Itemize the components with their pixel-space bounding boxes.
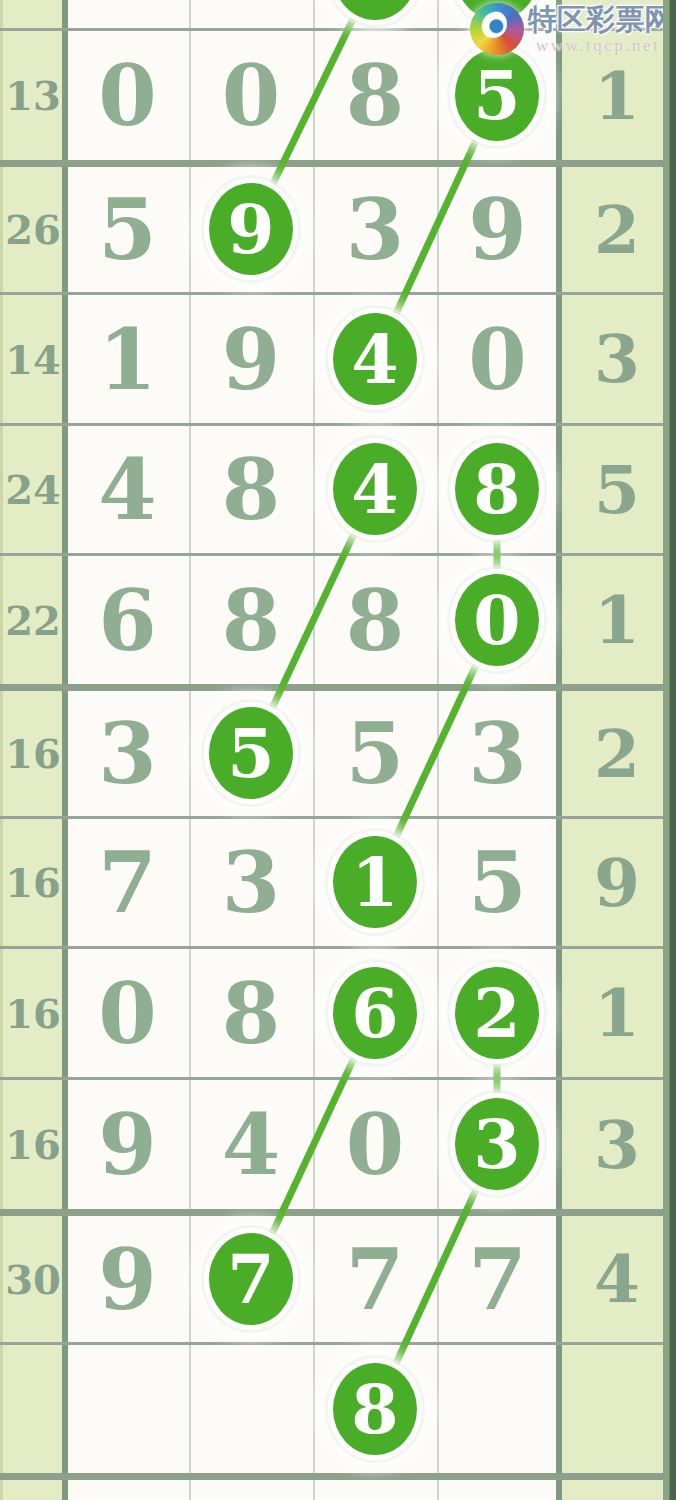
sum-label: 14: [0, 295, 66, 423]
logo-url: www.tqcp.net: [528, 36, 673, 56]
table-row: 226881: [0, 556, 676, 684]
digit-cell: 9: [189, 295, 313, 423]
table-row: 265392: [0, 167, 676, 292]
right-value-label: [558, 1480, 676, 1500]
circled-digit: 6: [333, 967, 417, 1059]
circled-digit: 2: [455, 967, 539, 1059]
digit-cell: 6: [66, 556, 189, 684]
digit-cell: [189, 1480, 313, 1500]
digit-cell: 7: [437, 1216, 558, 1342]
circled-digit: 7: [209, 1233, 293, 1325]
digit-cell: 7: [66, 819, 189, 946]
sum-label: 16: [0, 691, 66, 816]
sum-label: [0, 1345, 66, 1473]
digit-cell: 7: [313, 1216, 437, 1342]
sum-label: 24: [0, 426, 66, 553]
digit-cell: 5: [66, 167, 189, 292]
right-value-label: 5: [558, 426, 676, 553]
digit-cell: 8: [189, 949, 313, 1077]
sum-label: 16: [0, 819, 66, 946]
digit-cell: 0: [189, 31, 313, 160]
digit-cell: 9: [437, 167, 558, 292]
sum-label: 26: [0, 167, 66, 292]
digit-cell: 3: [313, 167, 437, 292]
right-value-label: [558, 1345, 676, 1473]
circled-digit: 0: [455, 574, 539, 666]
circled-digit: 8: [333, 1363, 417, 1455]
digit-cell: 8: [313, 31, 437, 160]
sum-label: [0, 0, 66, 28]
digit-cell: [437, 1480, 558, 1500]
digit-cell: 3: [437, 691, 558, 816]
sum-label: 16: [0, 1080, 66, 1209]
digit-cell: [189, 1345, 313, 1473]
right-value-label: 4: [558, 1216, 676, 1342]
digit-cell: 0: [66, 949, 189, 1077]
digit-cell: 0: [437, 295, 558, 423]
digit-cell: 3: [66, 691, 189, 816]
circled-digit: 4: [333, 313, 417, 405]
sum-label: 22: [0, 556, 66, 684]
table-row: 163532: [0, 691, 676, 816]
group-separator-line: [0, 160, 676, 167]
circled-digit: 3: [455, 1098, 539, 1190]
digit-cell: 5: [437, 819, 558, 946]
digit-cell: 1: [66, 295, 189, 423]
right-value-label: 1: [558, 556, 676, 684]
digit-cell: 8: [189, 426, 313, 553]
right-value-label: 9: [558, 819, 676, 946]
sum-label: 13: [0, 31, 66, 160]
site-logo[interactable]: 特区彩票网 www.tqcp.net: [470, 3, 673, 56]
right-value-label: 3: [558, 1080, 676, 1209]
digit-cell: [66, 1480, 189, 1500]
digit-cell: [313, 1480, 437, 1500]
circled-digit: 8: [455, 443, 539, 535]
right-value-label: 1: [558, 949, 676, 1077]
circled-digit: 9: [209, 183, 293, 275]
table-row: 169403: [0, 1080, 676, 1209]
digit-cell: 4: [189, 1080, 313, 1209]
logo-swirl-icon: [470, 3, 524, 55]
sum-label: [0, 1480, 66, 1500]
digit-cell: 3: [189, 819, 313, 946]
circled-digit: 5: [455, 49, 539, 141]
right-value-label: 2: [558, 691, 676, 816]
circled-digit: 1: [333, 836, 417, 928]
trend-chart: 1300812653921419032448522688116353216735…: [0, 0, 676, 1500]
digit-cell: 0: [66, 31, 189, 160]
digit-cell: 8: [313, 556, 437, 684]
logo-text: 特区彩票网 www.tqcp.net: [528, 3, 673, 56]
digit-cell: 8: [189, 556, 313, 684]
right-value-label: 3: [558, 295, 676, 423]
table-row: 309774: [0, 1216, 676, 1342]
group-separator-line: [0, 1473, 676, 1480]
digit-cell: [189, 0, 313, 28]
group-separator-line: [0, 1209, 676, 1216]
digit-cell: 0: [313, 1080, 437, 1209]
circled-digit: 4: [333, 443, 417, 535]
digit-cell: [66, 1345, 189, 1473]
sum-label: 16: [0, 949, 66, 1077]
digit-cell: 5: [313, 691, 437, 816]
circled-digit: 5: [209, 707, 293, 799]
digit-cell: 4: [66, 426, 189, 553]
digit-cell: [66, 0, 189, 28]
sum-label: 30: [0, 1216, 66, 1342]
digit-cell: 9: [66, 1080, 189, 1209]
group-separator-line: [0, 684, 676, 691]
digit-cell: 9: [66, 1216, 189, 1342]
logo-title: 特区彩票网: [528, 3, 673, 36]
right-value-label: 2: [558, 167, 676, 292]
right-edge-border: [663, 0, 676, 1500]
digit-cell: [437, 1345, 558, 1473]
table-row: [0, 1480, 676, 1500]
